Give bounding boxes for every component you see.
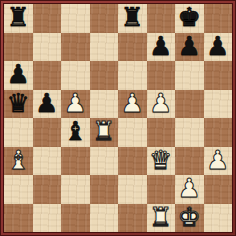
piece-black-rook-e8: ♜ — [121, 3, 144, 31]
piece-white-king-g1: ♚ — [178, 203, 201, 231]
square-b1[interactable] — [33, 204, 62, 233]
square-f5[interactable]: ♟ — [147, 90, 176, 119]
piece-black-queen-a5: ♛ — [7, 89, 30, 117]
square-c6[interactable] — [61, 61, 90, 90]
square-h5[interactable] — [204, 90, 233, 119]
piece-white-pawn-e5: ♟ — [121, 89, 144, 117]
piece-white-pawn-c5: ♟ — [64, 89, 87, 117]
square-g7[interactable]: ♟ — [175, 33, 204, 62]
chess-board: ♜♜♚♟♟♟♟♛♟♟♟♟♝♜♝♛♟♟♜♚ — [4, 4, 232, 232]
square-a1[interactable] — [4, 204, 33, 233]
piece-black-pawn-b5: ♟ — [35, 89, 58, 117]
board-frame: ♜♜♚♟♟♟♟♛♟♟♟♟♝♜♝♛♟♟♜♚ — [0, 0, 236, 236]
square-g3[interactable] — [175, 147, 204, 176]
square-g4[interactable] — [175, 118, 204, 147]
square-a5[interactable]: ♛ — [4, 90, 33, 119]
piece-black-pawn-g7: ♟ — [178, 32, 201, 60]
square-a6[interactable]: ♟ — [4, 61, 33, 90]
square-b2[interactable] — [33, 175, 62, 204]
piece-black-pawn-a6: ♟ — [7, 60, 30, 88]
piece-black-pawn-h7: ♟ — [206, 32, 229, 60]
square-d5[interactable] — [90, 90, 119, 119]
square-e8[interactable]: ♜ — [118, 4, 147, 33]
square-b8[interactable] — [33, 4, 62, 33]
square-a3[interactable]: ♝ — [4, 147, 33, 176]
piece-black-king-g8: ♚ — [178, 3, 201, 31]
square-c7[interactable] — [61, 33, 90, 62]
square-g8[interactable]: ♚ — [175, 4, 204, 33]
square-c3[interactable] — [61, 147, 90, 176]
square-h1[interactable] — [204, 204, 233, 233]
square-e4[interactable] — [118, 118, 147, 147]
square-g6[interactable] — [175, 61, 204, 90]
square-f4[interactable] — [147, 118, 176, 147]
square-f3[interactable]: ♛ — [147, 147, 176, 176]
square-g1[interactable]: ♚ — [175, 204, 204, 233]
square-e3[interactable] — [118, 147, 147, 176]
square-b3[interactable] — [33, 147, 62, 176]
piece-white-rook-f1: ♜ — [149, 203, 172, 231]
square-d2[interactable] — [90, 175, 119, 204]
square-d3[interactable] — [90, 147, 119, 176]
square-h6[interactable] — [204, 61, 233, 90]
square-d7[interactable] — [90, 33, 119, 62]
square-g2[interactable]: ♟ — [175, 175, 204, 204]
piece-white-queen-f3: ♛ — [149, 146, 172, 174]
square-b7[interactable] — [33, 33, 62, 62]
square-e7[interactable] — [118, 33, 147, 62]
square-f2[interactable] — [147, 175, 176, 204]
square-h3[interactable]: ♟ — [204, 147, 233, 176]
square-b6[interactable] — [33, 61, 62, 90]
square-d4[interactable]: ♜ — [90, 118, 119, 147]
square-h4[interactable] — [204, 118, 233, 147]
square-c1[interactable] — [61, 204, 90, 233]
square-a2[interactable] — [4, 175, 33, 204]
square-h8[interactable] — [204, 4, 233, 33]
square-h2[interactable] — [204, 175, 233, 204]
square-c4[interactable]: ♝ — [61, 118, 90, 147]
piece-white-bishop-a3: ♝ — [7, 146, 30, 174]
square-b4[interactable] — [33, 118, 62, 147]
square-a4[interactable] — [4, 118, 33, 147]
piece-white-pawn-f5: ♟ — [149, 89, 172, 117]
square-d1[interactable] — [90, 204, 119, 233]
square-f8[interactable] — [147, 4, 176, 33]
piece-black-bishop-c4: ♝ — [64, 117, 87, 145]
piece-white-rook-d4: ♜ — [92, 117, 115, 145]
piece-white-pawn-g2: ♟ — [178, 174, 201, 202]
square-d6[interactable] — [90, 61, 119, 90]
square-g5[interactable] — [175, 90, 204, 119]
square-c2[interactable] — [61, 175, 90, 204]
piece-black-pawn-f7: ♟ — [149, 32, 172, 60]
piece-white-pawn-h3: ♟ — [206, 146, 229, 174]
square-a8[interactable]: ♜ — [4, 4, 33, 33]
square-e1[interactable] — [118, 204, 147, 233]
square-e2[interactable] — [118, 175, 147, 204]
square-c5[interactable]: ♟ — [61, 90, 90, 119]
square-f7[interactable]: ♟ — [147, 33, 176, 62]
square-c8[interactable] — [61, 4, 90, 33]
square-h7[interactable]: ♟ — [204, 33, 233, 62]
square-f6[interactable] — [147, 61, 176, 90]
square-b5[interactable]: ♟ — [33, 90, 62, 119]
square-d8[interactable] — [90, 4, 119, 33]
square-e6[interactable] — [118, 61, 147, 90]
piece-black-rook-a8: ♜ — [7, 3, 30, 31]
square-a7[interactable] — [4, 33, 33, 62]
square-f1[interactable]: ♜ — [147, 204, 176, 233]
square-e5[interactable]: ♟ — [118, 90, 147, 119]
